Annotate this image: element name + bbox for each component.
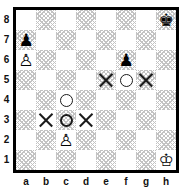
file-label-d: d xyxy=(76,173,96,187)
rank-label-7: 7 xyxy=(0,30,13,50)
square-f3[interactable] xyxy=(116,110,136,130)
square-f6[interactable]: ♟ xyxy=(116,50,136,70)
mark-x-icon xyxy=(79,113,93,127)
square-e8[interactable] xyxy=(96,10,116,30)
square-e2[interactable] xyxy=(96,130,116,150)
file-label-g: g xyxy=(136,173,156,187)
square-e6[interactable] xyxy=(96,50,116,70)
file-label-f: f xyxy=(116,173,136,187)
square-c6[interactable] xyxy=(56,50,76,70)
file-labels: abcdefgh xyxy=(16,173,190,187)
file-label-h: h xyxy=(156,173,176,187)
square-h8[interactable]: ♚ xyxy=(156,10,176,30)
chess-diagram: 87654321 ♚♟♙♟♙♔ abcdefgh xyxy=(0,0,190,189)
square-d7[interactable] xyxy=(76,30,96,50)
square-h5[interactable] xyxy=(156,70,176,90)
square-c5[interactable] xyxy=(56,70,76,90)
piece-white-king[interactable]: ♔ xyxy=(158,150,173,170)
square-b3[interactable] xyxy=(36,110,56,130)
square-c1[interactable] xyxy=(56,150,76,170)
rank-labels: 87654321 xyxy=(0,7,13,173)
square-a7[interactable]: ♟ xyxy=(16,30,36,50)
square-h6[interactable] xyxy=(156,50,176,70)
piece-white-pawn[interactable]: ♙ xyxy=(18,50,33,70)
square-b8[interactable] xyxy=(36,10,56,30)
mark-x-icon xyxy=(39,113,53,127)
chess-board: ♚♟♙♟♙♔ xyxy=(13,7,179,173)
square-d8[interactable] xyxy=(76,10,96,30)
square-e3[interactable] xyxy=(96,110,116,130)
square-g8[interactable] xyxy=(136,10,156,30)
file-label-c: c xyxy=(56,173,76,187)
square-d2[interactable] xyxy=(76,130,96,150)
square-c8[interactable] xyxy=(56,10,76,30)
file-label-a: a xyxy=(16,173,36,187)
rank-label-5: 5 xyxy=(0,70,13,90)
square-g4[interactable] xyxy=(136,90,156,110)
rank-label-3: 3 xyxy=(0,110,13,130)
square-g1[interactable] xyxy=(136,150,156,170)
square-h3[interactable] xyxy=(156,110,176,130)
square-g5[interactable] xyxy=(136,70,156,90)
square-c2[interactable]: ♙ xyxy=(56,130,76,150)
rank-label-8: 8 xyxy=(0,10,13,30)
mark-circle-icon xyxy=(120,74,133,87)
square-b7[interactable] xyxy=(36,30,56,50)
square-e7[interactable] xyxy=(96,30,116,50)
file-label-e: e xyxy=(96,173,116,187)
square-b1[interactable] xyxy=(36,150,56,170)
square-f8[interactable] xyxy=(116,10,136,30)
square-g7[interactable] xyxy=(136,30,156,50)
piece-black-pawn[interactable]: ♟ xyxy=(18,30,33,50)
rank-label-2: 2 xyxy=(0,130,13,150)
square-c7[interactable] xyxy=(56,30,76,50)
square-b2[interactable] xyxy=(36,130,56,150)
rank-label-6: 6 xyxy=(0,50,13,70)
square-a1[interactable] xyxy=(16,150,36,170)
square-d4[interactable] xyxy=(76,90,96,110)
square-g6[interactable] xyxy=(136,50,156,70)
square-a6[interactable]: ♙ xyxy=(16,50,36,70)
piece-black-king[interactable]: ♚ xyxy=(158,10,173,30)
square-d3[interactable] xyxy=(76,110,96,130)
square-f4[interactable] xyxy=(116,90,136,110)
file-label-b: b xyxy=(36,173,56,187)
rank-label-1: 1 xyxy=(0,150,13,170)
square-h1[interactable]: ♔ xyxy=(156,150,176,170)
square-b4[interactable] xyxy=(36,90,56,110)
square-c4[interactable] xyxy=(56,90,76,110)
square-h7[interactable] xyxy=(156,30,176,50)
mark-circle-icon xyxy=(60,94,73,107)
square-h4[interactable] xyxy=(156,90,176,110)
square-f5[interactable] xyxy=(116,70,136,90)
square-b6[interactable] xyxy=(36,50,56,70)
piece-black-pawn[interactable]: ♟ xyxy=(118,50,133,70)
square-b5[interactable] xyxy=(36,70,56,90)
square-a5[interactable] xyxy=(16,70,36,90)
square-a2[interactable] xyxy=(16,130,36,150)
square-a4[interactable] xyxy=(16,90,36,110)
square-e4[interactable] xyxy=(96,90,116,110)
square-a3[interactable] xyxy=(16,110,36,130)
square-g2[interactable] xyxy=(136,130,156,150)
square-f2[interactable] xyxy=(116,130,136,150)
square-d5[interactable] xyxy=(76,70,96,90)
square-e5[interactable] xyxy=(96,70,116,90)
square-a8[interactable] xyxy=(16,10,36,30)
square-e1[interactable] xyxy=(96,150,116,170)
square-c3[interactable] xyxy=(56,110,76,130)
square-h2[interactable] xyxy=(156,130,176,150)
square-g3[interactable] xyxy=(136,110,156,130)
square-d6[interactable] xyxy=(76,50,96,70)
mark-circle-bold-icon xyxy=(60,114,73,127)
square-f1[interactable] xyxy=(116,150,136,170)
rank-label-4: 4 xyxy=(0,90,13,110)
mark-x-icon xyxy=(139,73,153,87)
mark-x-icon xyxy=(99,73,113,87)
square-f7[interactable] xyxy=(116,30,136,50)
board-with-rank-labels: 87654321 ♚♟♙♟♙♔ xyxy=(0,0,190,173)
square-d1[interactable] xyxy=(76,150,96,170)
piece-white-pawn[interactable]: ♙ xyxy=(58,130,73,150)
